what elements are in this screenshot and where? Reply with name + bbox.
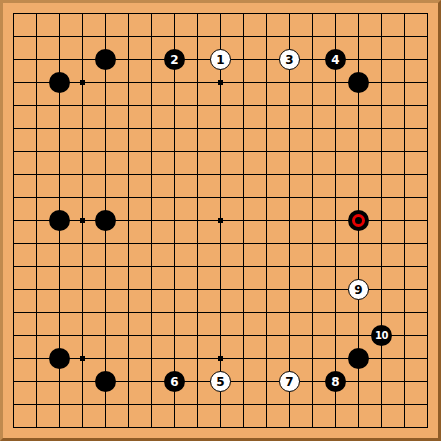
star-point bbox=[218, 80, 223, 85]
move-number: 10 bbox=[375, 331, 388, 341]
black-stone bbox=[49, 72, 70, 93]
move-number: 1 bbox=[216, 54, 224, 66]
star-point bbox=[80, 80, 85, 85]
move-number: 5 bbox=[216, 376, 224, 388]
star-point bbox=[218, 356, 223, 361]
black-stone-move-4: 4 bbox=[325, 49, 346, 70]
move-number: 3 bbox=[285, 54, 293, 66]
move-number: 4 bbox=[331, 54, 339, 66]
go-board: 21349106578 bbox=[0, 0, 441, 441]
move-number: 8 bbox=[331, 376, 339, 388]
move-number: 2 bbox=[170, 54, 178, 66]
white-stone-move-1: 1 bbox=[210, 49, 231, 70]
circle-marker-icon bbox=[352, 214, 365, 227]
black-stone-move-8: 8 bbox=[325, 371, 346, 392]
black-stone-move-10: 10 bbox=[371, 325, 392, 346]
black-stone-move-6: 6 bbox=[164, 371, 185, 392]
black-stone bbox=[49, 348, 70, 369]
black-stone bbox=[95, 210, 116, 231]
white-stone-move-9: 9 bbox=[348, 279, 369, 300]
star-point bbox=[80, 218, 85, 223]
move-number: 9 bbox=[354, 284, 362, 296]
move-number: 7 bbox=[285, 376, 293, 388]
star-point bbox=[80, 356, 85, 361]
white-stone-move-3: 3 bbox=[279, 49, 300, 70]
star-point bbox=[218, 218, 223, 223]
move-number: 6 bbox=[170, 376, 178, 388]
marked-black-stone bbox=[348, 210, 369, 231]
black-stone-move-2: 2 bbox=[164, 49, 185, 70]
black-stone bbox=[95, 49, 116, 70]
black-stone bbox=[348, 348, 369, 369]
white-stone-move-7: 7 bbox=[279, 371, 300, 392]
black-stone bbox=[49, 210, 70, 231]
white-stone-move-5: 5 bbox=[210, 371, 231, 392]
black-stone bbox=[348, 72, 369, 93]
board-intersections: 21349106578 bbox=[2, 2, 439, 439]
black-stone bbox=[95, 371, 116, 392]
